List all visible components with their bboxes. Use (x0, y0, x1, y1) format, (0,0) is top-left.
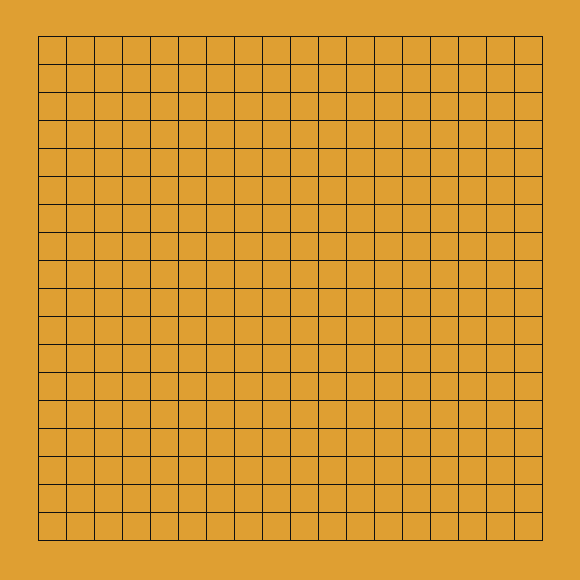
row-labels-left (0, 22, 26, 554)
board-intersections (24, 22, 556, 554)
go-board[interactable] (24, 22, 556, 554)
go-board-app (0, 0, 580, 580)
